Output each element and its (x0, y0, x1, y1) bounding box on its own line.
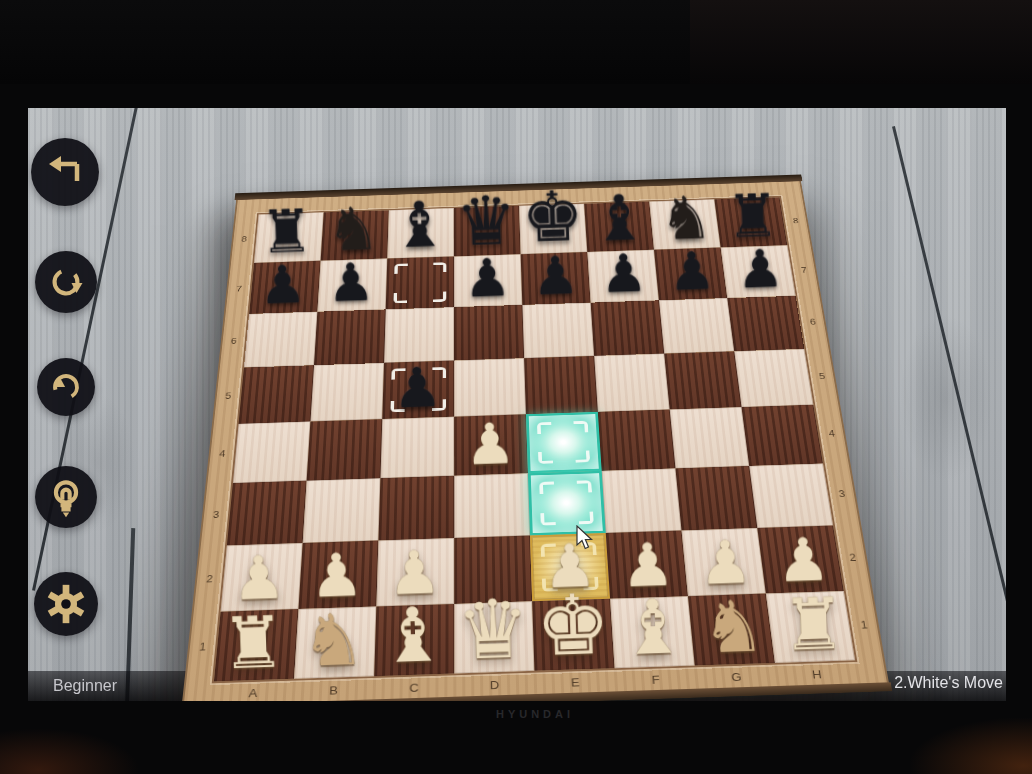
piece-black-pawn-a7[interactable]: ♟ (248, 260, 318, 312)
rank-label-left-5: 5 (217, 391, 239, 401)
square-d1[interactable]: ♛ (454, 601, 534, 673)
rank-label-right-7: 7 (793, 265, 814, 274)
square-h7[interactable]: ♟ (721, 245, 796, 298)
settings-button[interactable] (34, 572, 98, 636)
tv-brand-logo: HYUNDAI (470, 708, 600, 720)
gear-icon (43, 581, 89, 627)
piece-black-queen-d8[interactable]: ♛ (452, 188, 521, 254)
file-label-g: G (695, 669, 777, 685)
rank-label-left-6: 6 (223, 336, 244, 346)
file-label-f: F (615, 672, 697, 688)
tv-photo: ♜♞♝♛♚♝♞♜♟♟♟♟♟♟♟♟♟♟♟♟♟♟♟♟♜♞♝♛♚♝♞♜ ABCDEFG… (0, 0, 1032, 774)
square-g5[interactable] (664, 351, 741, 409)
square-h1[interactable]: ♜ (766, 591, 855, 663)
piece-white-pawn-a2[interactable]: ♟ (219, 549, 299, 608)
piece-white-pawn-d4[interactable]: ♟ (452, 417, 527, 473)
piece-black-rook-h8[interactable]: ♜ (718, 187, 786, 245)
square-f4[interactable] (598, 409, 676, 470)
room-background (0, 0, 1032, 84)
square-d4[interactable]: ♟ (454, 414, 528, 475)
piece-white-king-e1[interactable]: ♚ (532, 586, 615, 667)
piece-black-pawn-f7[interactable]: ♟ (589, 248, 659, 300)
square-d3[interactable] (454, 473, 530, 538)
table-surface-left (0, 728, 140, 774)
square-c1[interactable]: ♝ (374, 604, 454, 676)
square-h4[interactable] (742, 405, 823, 466)
piece-black-knight-g8[interactable]: ♞ (652, 189, 720, 247)
square-a5[interactable] (239, 365, 314, 424)
square-a1[interactable]: ♜ (214, 609, 299, 681)
square-c4[interactable] (380, 417, 454, 479)
rank-label-left-3: 3 (204, 509, 227, 521)
file-label-h: H (776, 666, 859, 682)
square-f7[interactable]: ♟ (587, 250, 659, 303)
piece-black-bishop-c8[interactable]: ♝ (385, 195, 454, 257)
square-c6[interactable] (384, 307, 454, 363)
square-h6[interactable] (727, 296, 804, 351)
rank-label-right-4: 4 (820, 428, 843, 439)
square-f1[interactable]: ♝ (610, 596, 695, 668)
piece-black-rook-a8[interactable]: ♜ (252, 202, 320, 260)
piece-black-knight-b8[interactable]: ♞ (319, 200, 387, 258)
undo-button[interactable] (31, 138, 99, 206)
piece-white-bishop-f1[interactable]: ♝ (612, 591, 694, 665)
file-label-c: C (374, 680, 455, 696)
piece-white-knight-b1[interactable]: ♞ (292, 605, 374, 675)
chessboard: ♜♞♝♛♚♝♞♜♟♟♟♟♟♟♟♟♟♟♟♟♟♟♟♟♜♞♝♛♚♝♞♜ ABCDEFG… (184, 180, 888, 701)
square-g3[interactable] (675, 466, 757, 531)
square-e1[interactable]: ♚ (532, 599, 614, 671)
square-b5[interactable] (310, 363, 384, 422)
piece-white-pawn-b2[interactable]: ♟ (297, 547, 377, 606)
file-label-e: E (535, 674, 616, 690)
square-g4[interactable] (670, 407, 750, 468)
square-e7[interactable]: ♟ (521, 252, 591, 305)
piece-white-queen-d1[interactable]: ♛ (452, 590, 535, 670)
rank-label-left-8: 8 (234, 234, 254, 243)
rank-label-left-4: 4 (211, 448, 234, 459)
piece-white-rook-a1[interactable]: ♜ (212, 608, 294, 678)
rank-label-left-2: 2 (198, 573, 222, 585)
square-h5[interactable] (734, 349, 813, 407)
square-b4[interactable] (307, 419, 383, 481)
square-c7[interactable] (386, 256, 454, 309)
square-e6[interactable] (522, 303, 594, 359)
file-label-d: D (454, 677, 535, 693)
square-d5[interactable] (454, 358, 526, 416)
square-f5[interactable] (594, 354, 670, 412)
square-b3[interactable] (303, 478, 381, 543)
piece-black-pawn-b7[interactable]: ♟ (316, 257, 386, 309)
square-c3[interactable] (378, 476, 454, 541)
square-f3[interactable] (602, 468, 682, 533)
piece-black-pawn-h7[interactable]: ♟ (725, 244, 795, 296)
piece-black-pawn-d7[interactable]: ♟ (452, 253, 522, 305)
undo-arrow-icon (41, 148, 89, 196)
piece-white-knight-g1[interactable]: ♞ (692, 592, 774, 662)
wood-knot (896, 308, 996, 488)
circular-arrow-clockwise-icon (44, 260, 88, 304)
redo-button[interactable] (37, 358, 95, 416)
piece-black-pawn-c5[interactable]: ♟ (381, 362, 454, 417)
rank-label-right-5: 5 (811, 371, 834, 381)
square-a3[interactable] (227, 481, 307, 546)
hint-button[interactable] (35, 466, 97, 528)
piece-white-rook-h1[interactable]: ♜ (772, 589, 854, 659)
square-g7[interactable]: ♟ (654, 248, 727, 301)
rank-label-right-3: 3 (830, 488, 854, 499)
restart-button[interactable] (35, 251, 97, 313)
lightbulb-icon (44, 475, 88, 519)
square-e5[interactable] (524, 356, 598, 414)
piece-black-pawn-e7[interactable]: ♟ (521, 250, 591, 302)
rank-label-left-7: 7 (229, 284, 250, 293)
square-c8[interactable]: ♝ (387, 208, 454, 259)
rank-label-right-6: 6 (802, 317, 824, 327)
square-b1[interactable]: ♞ (294, 606, 376, 678)
table-surface-right (910, 718, 1032, 774)
piece-black-king-e8[interactable]: ♚ (518, 184, 587, 252)
square-c5[interactable]: ♟ (382, 361, 454, 419)
square-b6[interactable] (314, 309, 386, 365)
piece-black-pawn-g7[interactable]: ♟ (657, 246, 727, 298)
file-label-a: A (212, 685, 294, 701)
mouse-cursor-icon (576, 525, 595, 555)
board-squares: ♜♞♝♛♚♝♞♜♟♟♟♟♟♟♟♟♟♟♟♟♟♟♟♟♜♞♝♛♚♝♞♜ (214, 197, 855, 681)
piece-white-bishop-c1[interactable]: ♝ (372, 599, 454, 673)
tv-screen: ♜♞♝♛♚♝♞♜♟♟♟♟♟♟♟♟♟♟♟♟♟♟♟♟♜♞♝♛♚♝♞♜ ABCDEFG… (28, 108, 1006, 701)
rank-label-right-2: 2 (840, 551, 865, 563)
square-d7[interactable]: ♟ (454, 254, 522, 307)
chessboard-scene: ♜♞♝♛♚♝♞♜♟♟♟♟♟♟♟♟♟♟♟♟♟♟♟♟♜♞♝♛♚♝♞♜ ABCDEFG… (165, 120, 887, 701)
square-b7[interactable]: ♟ (317, 259, 387, 312)
file-label-b: B (293, 682, 374, 698)
square-a4[interactable] (233, 421, 311, 483)
square-a6[interactable] (244, 312, 317, 368)
rank-label-right-1: 1 (851, 618, 876, 631)
piece-black-bishop-f8[interactable]: ♝ (585, 188, 654, 250)
square-a7[interactable]: ♟ (249, 261, 321, 314)
square-d6[interactable] (454, 305, 524, 361)
rank-label-right-8: 8 (785, 216, 806, 225)
curved-arrow-counterclockwise-icon (45, 366, 87, 408)
difficulty-label: Beginner (53, 677, 117, 695)
square-f6[interactable] (591, 300, 665, 356)
move-indicator: 2.White's Move (894, 674, 1003, 692)
rank-label-left-1: 1 (190, 640, 215, 653)
square-g1[interactable]: ♞ (688, 594, 775, 666)
square-g6[interactable] (659, 298, 734, 353)
square-e4[interactable] (526, 412, 602, 473)
square-h3[interactable] (749, 464, 833, 529)
